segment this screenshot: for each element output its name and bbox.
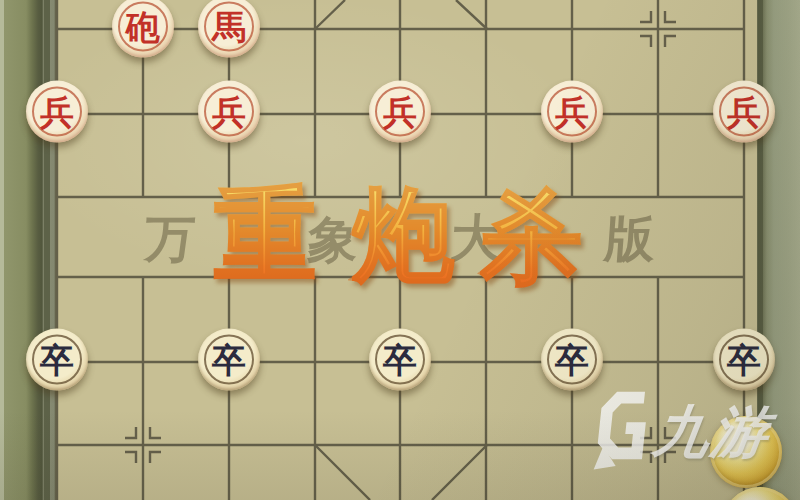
- piece-red-soldier[interactable]: 兵: [541, 81, 603, 143]
- piece-red-soldier[interactable]: 兵: [369, 81, 431, 143]
- piece-glyph: 卒: [555, 343, 589, 377]
- piece-red-soldier[interactable]: 兵: [198, 81, 260, 143]
- piece-black-soldier[interactable]: 卒: [26, 329, 88, 391]
- piece-red-soldier[interactable]: 兵: [26, 81, 88, 143]
- piece-glyph: 兵: [40, 95, 74, 129]
- piece-glyph: 兵: [727, 95, 761, 129]
- piece-glyph: 兵: [555, 95, 589, 129]
- piece-black-soldier[interactable]: 卒: [198, 329, 260, 391]
- angular-g-icon: [592, 388, 655, 472]
- river-watermark-char: 万: [143, 214, 196, 264]
- jiuyou-logo-watermark: 九游: [596, 388, 770, 472]
- piece-glyph: 卒: [383, 343, 417, 377]
- piece-glyph: 砲: [126, 10, 160, 44]
- piece-black-soldier[interactable]: 卒: [369, 329, 431, 391]
- piece-glyph: 兵: [212, 95, 246, 129]
- xiangqi-board-screen: 万 象 大 版 重 炮 杀 砲馬兵兵兵兵兵卒卒卒卒卒 九游: [0, 0, 800, 500]
- jiuyou-logo-text: 九游: [650, 404, 774, 460]
- piece-glyph: 卒: [212, 343, 246, 377]
- piece-red-soldier[interactable]: 兵: [713, 81, 775, 143]
- piece-glyph: 卒: [40, 343, 74, 377]
- piece-glyph: 兵: [383, 95, 417, 129]
- piece-black-soldier[interactable]: 卒: [713, 329, 775, 391]
- piece-black-soldier[interactable]: 卒: [541, 329, 603, 391]
- puzzle-title-char: 重: [214, 178, 316, 292]
- puzzle-title-char: 杀: [480, 180, 582, 294]
- puzzle-title-char: 炮: [352, 178, 454, 292]
- river-watermark-char: 版: [603, 214, 656, 264]
- piece-glyph: 馬: [212, 10, 246, 44]
- piece-glyph: 卒: [727, 343, 761, 377]
